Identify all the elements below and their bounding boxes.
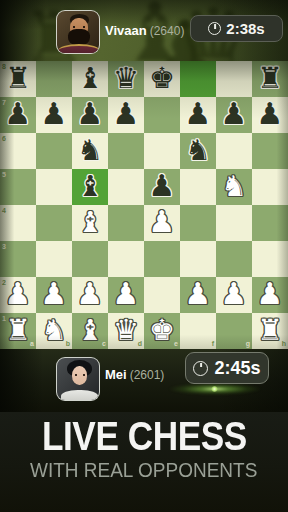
rank-label-6: 6	[2, 135, 6, 142]
square-h2[interactable]: ♟	[252, 277, 288, 313]
file-label-c: c	[102, 340, 106, 347]
square-a5[interactable]: 5	[0, 169, 36, 205]
square-h5[interactable]	[252, 169, 288, 205]
square-c1[interactable]: c♝	[72, 313, 108, 349]
square-a7[interactable]: 7♟	[0, 97, 36, 133]
square-h4[interactable]	[252, 205, 288, 241]
tagline-subtitle: WITH REAL OPPONENTS	[30, 460, 257, 480]
square-e6[interactable]	[144, 133, 180, 169]
square-e3[interactable]	[144, 241, 180, 277]
square-g5[interactable]: ♞	[216, 169, 252, 205]
tagline-headline: LIVE CHESS	[42, 417, 247, 455]
square-d4[interactable]	[108, 205, 144, 241]
square-h7[interactable]: ♟	[252, 97, 288, 133]
square-a1[interactable]: 1a♜	[0, 313, 36, 349]
square-g8[interactable]	[216, 61, 252, 97]
clock-icon	[193, 361, 208, 376]
green-glow-core	[211, 386, 218, 392]
square-d3[interactable]	[108, 241, 144, 277]
file-label-b: b	[66, 340, 70, 347]
square-d5[interactable]	[108, 169, 144, 205]
square-g7[interactable]: ♟	[216, 97, 252, 133]
file-label-g: g	[246, 340, 250, 347]
rank-label-4: 4	[2, 207, 6, 214]
rank-label-7: 7	[2, 99, 6, 106]
top-player-clock: 2:38s	[190, 15, 283, 42]
square-e4[interactable]: ♟	[144, 205, 180, 241]
top-player-info: Vivaan(2640)	[105, 21, 184, 39]
square-f4[interactable]	[180, 205, 216, 241]
square-g4[interactable]	[216, 205, 252, 241]
chess-board: 8♜♝♛♚♜7♟♟♟♟♟♟♟6♞♞5♝♟♞4♝♟32♟♟♟♟♟♟♟1a♜b♞c♝…	[0, 61, 288, 349]
square-a8[interactable]: 8♜	[0, 61, 36, 97]
black-pawn: ♟	[72, 96, 108, 132]
rank-label-3: 3	[2, 243, 6, 250]
white-pawn: ♟	[144, 204, 180, 240]
file-label-a: a	[30, 340, 34, 347]
square-a6[interactable]: 6	[0, 133, 36, 169]
square-e5[interactable]: ♟	[144, 169, 180, 205]
top-player-rating: (2640)	[150, 24, 185, 38]
square-h3[interactable]	[252, 241, 288, 277]
square-e1[interactable]: e♚	[144, 313, 180, 349]
white-pawn: ♟	[180, 276, 216, 312]
square-c2[interactable]: ♟	[72, 277, 108, 313]
square-b3[interactable]	[36, 241, 72, 277]
top-clock-time: 2:38s	[226, 20, 264, 37]
square-f7[interactable]: ♟	[180, 97, 216, 133]
avatar-eyes	[75, 374, 85, 376]
white-pawn: ♟	[36, 276, 72, 312]
square-b2[interactable]: ♟	[36, 277, 72, 313]
black-queen: ♛	[108, 60, 144, 96]
square-c5[interactable]: ♝	[72, 169, 108, 205]
square-d6[interactable]	[108, 133, 144, 169]
bottom-player-avatar[interactable]	[56, 357, 100, 401]
black-rook: ♜	[252, 60, 288, 96]
black-bishop: ♝	[72, 60, 108, 96]
avatar-shirt	[61, 390, 98, 401]
white-pawn: ♟	[216, 276, 252, 312]
bottom-player-clock: 2:45s	[185, 352, 269, 384]
square-b7[interactable]: ♟	[36, 97, 72, 133]
square-a4[interactable]: 4	[0, 205, 36, 241]
square-b8[interactable]	[36, 61, 72, 97]
bottom-player-info: Mei(2601)	[105, 365, 164, 383]
square-g6[interactable]	[216, 133, 252, 169]
square-c6[interactable]: ♞	[72, 133, 108, 169]
square-h8[interactable]: ♜	[252, 61, 288, 97]
square-c3[interactable]	[72, 241, 108, 277]
rank-label-1: 1	[2, 315, 6, 322]
avatar-eyes	[73, 26, 85, 28]
black-knight: ♞	[72, 132, 108, 168]
square-a2[interactable]: 2♟	[0, 277, 36, 313]
white-pawn: ♟	[72, 276, 108, 312]
square-b6[interactable]	[36, 133, 72, 169]
black-pawn: ♟	[252, 96, 288, 132]
rank-label-5: 5	[2, 171, 6, 178]
chess-app-screenshot: ♜♝♛♟ Vivaan(2640) 2:38s 8♜♝♛♚♜7♟♟♟♟♟♟♟6♞…	[0, 0, 288, 512]
top-player-name: Vivaan	[105, 23, 147, 38]
square-e8[interactable]: ♚	[144, 61, 180, 97]
bottom-player-rating: (2601)	[130, 368, 165, 382]
square-f6[interactable]: ♞	[180, 133, 216, 169]
black-pawn: ♟	[216, 96, 252, 132]
file-label-h: h	[282, 340, 286, 347]
bottom-player-bar: Mei(2601) 2:45s	[0, 349, 288, 412]
bottom-clock-time: 2:45s	[214, 358, 260, 379]
square-c7[interactable]: ♟	[72, 97, 108, 133]
file-label-f: f	[212, 340, 214, 347]
rank-label-2: 2	[2, 279, 6, 286]
black-pawn: ♟	[108, 96, 144, 132]
square-f8[interactable]	[180, 61, 216, 97]
square-g2[interactable]: ♟	[216, 277, 252, 313]
black-pawn: ♟	[144, 168, 180, 204]
square-h6[interactable]	[252, 133, 288, 169]
square-f2[interactable]: ♟	[180, 277, 216, 313]
bottom-player-name: Mei	[105, 367, 127, 382]
square-d2[interactable]: ♟	[108, 277, 144, 313]
white-pawn: ♟	[252, 276, 288, 312]
square-e7[interactable]	[144, 97, 180, 133]
black-bishop: ♝	[72, 168, 108, 204]
square-d1[interactable]: d♛	[108, 313, 144, 349]
square-h1[interactable]: h♜	[252, 313, 288, 349]
tagline-section: LIVE CHESS WITH REAL OPPONENTS	[0, 412, 288, 512]
square-c8[interactable]: ♝	[72, 61, 108, 97]
square-g3[interactable]	[216, 241, 252, 277]
white-bishop: ♝	[72, 204, 108, 240]
square-b4[interactable]	[36, 205, 72, 241]
black-pawn: ♟	[36, 96, 72, 132]
square-f1[interactable]: f	[180, 313, 216, 349]
square-g1[interactable]: g	[216, 313, 252, 349]
file-label-d: d	[138, 340, 142, 347]
white-knight: ♞	[216, 168, 252, 204]
square-c4[interactable]: ♝	[72, 205, 108, 241]
black-pawn: ♟	[180, 96, 216, 132]
rank-label-8: 8	[2, 63, 6, 70]
chess-board-container: 8♜♝♛♚♜7♟♟♟♟♟♟♟6♞♞5♝♟♞4♝♟32♟♟♟♟♟♟♟1a♜b♞c♝…	[0, 61, 288, 349]
black-king: ♚	[144, 60, 180, 96]
top-player-bar: ♜♝♛♟ Vivaan(2640) 2:38s	[0, 0, 288, 61]
square-a3[interactable]: 3	[0, 241, 36, 277]
square-f5[interactable]	[180, 169, 216, 205]
clock-icon	[208, 22, 221, 35]
square-f3[interactable]	[180, 241, 216, 277]
black-knight: ♞	[180, 132, 216, 168]
square-b1[interactable]: b♞	[36, 313, 72, 349]
square-d7[interactable]: ♟	[108, 97, 144, 133]
file-label-e: e	[174, 340, 178, 347]
square-d8[interactable]: ♛	[108, 61, 144, 97]
square-e2[interactable]	[144, 277, 180, 313]
square-b5[interactable]	[36, 169, 72, 205]
avatar-jacket	[58, 44, 100, 54]
white-pawn: ♟	[108, 276, 144, 312]
top-player-avatar[interactable]	[56, 10, 100, 54]
